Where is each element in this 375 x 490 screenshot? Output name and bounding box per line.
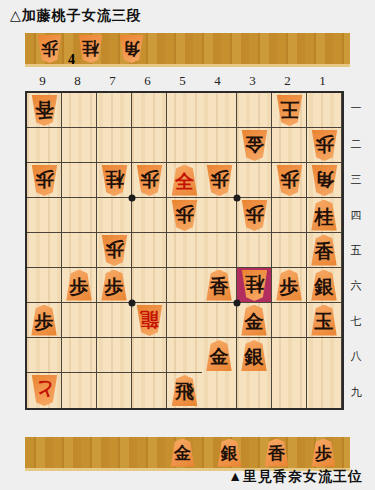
square-16[interactable]: 銀	[307, 268, 342, 303]
square-34[interactable]: 歩	[237, 198, 272, 233]
square-96[interactable]	[27, 268, 62, 303]
hand-piece-sente-香[interactable]: 香	[264, 439, 289, 467]
square-47[interactable]	[202, 303, 237, 338]
piece-kanji: 歩	[175, 200, 194, 229]
board-area: 987654321 香王金歩歩桂歩全歩歩角歩歩桂歩香歩歩香桂歩銀歩龍金玉金銀と飛…	[25, 73, 344, 410]
square-46[interactable]: 香	[202, 268, 237, 303]
square-86[interactable]: 歩	[62, 268, 97, 303]
rank-label: 一	[348, 91, 364, 126]
file-label: 5	[165, 73, 200, 91]
square-39[interactable]	[237, 373, 272, 408]
piece-kanji: 香	[35, 95, 54, 124]
piece-kanji: 香	[268, 441, 285, 467]
piece-gote-香: 香	[31, 95, 58, 126]
piece-gote-歩: 歩	[311, 130, 338, 161]
piece-kanji: 角	[123, 35, 140, 61]
square-67[interactable]: 龍	[132, 303, 167, 338]
square-73[interactable]: 桂	[97, 163, 132, 198]
square-31[interactable]	[237, 93, 272, 128]
square-94[interactable]	[27, 198, 62, 233]
rank-label: 六	[348, 268, 364, 303]
piece-kanji: 歩	[70, 272, 89, 301]
piece-sente-全: 全	[171, 165, 198, 196]
square-54[interactable]: 歩	[167, 198, 202, 233]
square-29[interactable]	[272, 373, 307, 408]
hand-piece-gote-角[interactable]: 角	[119, 35, 144, 63]
square-23[interactable]: 歩	[272, 163, 307, 198]
square-37[interactable]: 金	[237, 303, 272, 338]
square-58[interactable]	[167, 338, 202, 373]
piece-kanji: 歩	[280, 272, 299, 301]
hand-piece-gote-桂[interactable]: 桂	[78, 35, 103, 63]
piece-gote-歩: 歩	[37, 35, 62, 63]
piece-kanji: 歩	[41, 35, 58, 61]
sente-hand-tray: 金銀香歩	[25, 437, 350, 471]
square-97[interactable]: 歩	[27, 303, 62, 338]
piece-gote-歩: 歩	[241, 200, 268, 231]
piece-kanji: 金	[174, 441, 191, 467]
square-24[interactable]	[272, 198, 307, 233]
square-35[interactable]	[237, 233, 272, 268]
square-71[interactable]	[97, 93, 132, 128]
piece-kanji: 歩	[280, 165, 299, 194]
piece-gote-歩: 歩	[101, 235, 128, 266]
square-75[interactable]: 歩	[97, 233, 132, 268]
piece-kanji: 玉	[315, 307, 334, 336]
hoshi-dot	[234, 300, 241, 307]
gote-player-label: △加藤桃子女流三段	[10, 7, 142, 25]
piece-kanji: 桂	[245, 270, 264, 299]
piece-kanji: 歩	[210, 165, 229, 194]
square-99[interactable]: と	[27, 373, 62, 408]
piece-gote-角: 角	[311, 165, 338, 196]
piece-kanji: 龍	[140, 305, 159, 334]
square-11[interactable]	[307, 93, 342, 128]
square-51[interactable]	[167, 93, 202, 128]
square-27[interactable]	[272, 303, 307, 338]
piece-kanji: 桂	[82, 35, 99, 61]
piece-sente-歩: 歩	[31, 305, 58, 336]
square-22[interactable]	[272, 128, 307, 163]
square-43[interactable]: 歩	[202, 163, 237, 198]
piece-gote-桂: 桂	[78, 35, 103, 63]
square-12[interactable]: 歩	[307, 128, 342, 163]
square-76[interactable]: 歩	[97, 268, 132, 303]
square-91[interactable]: 香	[27, 93, 62, 128]
piece-gote-角: 角	[119, 35, 144, 63]
piece-gote-歩: 歩	[171, 200, 198, 231]
file-label: 7	[95, 73, 130, 91]
square-38[interactable]: 銀	[237, 338, 272, 373]
rank-label: 九	[348, 375, 364, 410]
piece-sente-銀: 銀	[241, 340, 268, 371]
square-63[interactable]: 歩	[132, 163, 167, 198]
square-59[interactable]: 飛	[167, 373, 202, 408]
piece-gote-と: と	[31, 375, 58, 406]
hand-piece-count: 4	[68, 52, 75, 68]
square-95[interactable]	[27, 233, 62, 268]
piece-kanji: 歩	[315, 130, 334, 159]
square-65[interactable]	[132, 233, 167, 268]
file-label: 4	[200, 73, 235, 91]
square-74[interactable]	[97, 198, 132, 233]
hand-piece-sente-歩[interactable]: 歩	[311, 439, 336, 467]
piece-sente-桂: 桂	[311, 200, 338, 231]
piece-kanji: 銀	[315, 272, 334, 301]
square-64[interactable]	[132, 198, 167, 233]
sente-player-label: ▲里見香奈女流王位	[228, 468, 363, 486]
piece-kanji: 金	[245, 130, 264, 159]
square-81[interactable]	[62, 93, 97, 128]
square-41[interactable]	[202, 93, 237, 128]
square-66[interactable]	[132, 268, 167, 303]
shogi-diagram: △加藤桃子女流三段 歩4桂角 987654321 香王金歩歩桂歩全歩歩角歩歩桂歩…	[0, 0, 375, 490]
square-49[interactable]	[202, 373, 237, 408]
piece-kanji: 飛	[175, 377, 194, 406]
square-14[interactable]: 桂	[307, 198, 342, 233]
square-53[interactable]: 全	[167, 163, 202, 198]
piece-kanji: 桂	[105, 165, 124, 194]
piece-sente-香: 香	[311, 235, 338, 266]
square-17[interactable]: 玉	[307, 303, 342, 338]
piece-kanji: 香	[315, 237, 334, 266]
square-87[interactable]	[62, 303, 97, 338]
piece-kanji: 銀	[245, 342, 264, 371]
square-45[interactable]	[202, 233, 237, 268]
square-61[interactable]	[132, 93, 167, 128]
piece-gote-歩: 歩	[276, 165, 303, 196]
square-21[interactable]: 王	[272, 93, 307, 128]
piece-sente-銀: 銀	[311, 270, 338, 301]
hand-piece-sente-金[interactable]: 金	[170, 439, 195, 467]
hoshi-dot	[234, 195, 241, 202]
square-15[interactable]: 香	[307, 233, 342, 268]
rank-label: 四	[348, 197, 364, 232]
file-label: 8	[60, 73, 95, 91]
rank-labels: 一二三四五六七八九	[348, 91, 364, 410]
square-32[interactable]: 金	[237, 128, 272, 163]
piece-kanji: 香	[210, 272, 229, 301]
square-82[interactable]	[62, 128, 97, 163]
piece-kanji: 角	[315, 165, 334, 194]
piece-gote-龍: 龍	[136, 305, 163, 336]
hoshi-dot	[129, 195, 136, 202]
piece-kanji: 歩	[105, 272, 124, 301]
piece-kanji: 歩	[245, 200, 264, 229]
square-56[interactable]	[167, 268, 202, 303]
piece-kanji: 歩	[35, 307, 54, 336]
piece-sente-銀: 銀	[217, 439, 242, 467]
file-labels: 987654321	[25, 73, 344, 91]
piece-gote-歩: 歩	[206, 165, 233, 196]
piece-gote-歩: 歩	[31, 165, 58, 196]
piece-kanji: 全	[175, 167, 194, 196]
file-label: 2	[270, 73, 305, 91]
square-42[interactable]	[202, 128, 237, 163]
square-98[interactable]	[27, 338, 62, 373]
square-79[interactable]	[97, 373, 132, 408]
piece-kanji: 歩	[140, 165, 159, 194]
board: 香王金歩歩桂歩全歩歩角歩歩桂歩香歩歩香桂歩銀歩龍金玉金銀と飛	[25, 91, 344, 410]
square-57[interactable]	[167, 303, 202, 338]
square-26[interactable]: 歩	[272, 268, 307, 303]
piece-kanji: 歩	[105, 235, 124, 264]
square-25[interactable]	[272, 233, 307, 268]
file-label: 1	[305, 73, 340, 91]
piece-kanji: 歩	[315, 441, 332, 467]
rank-label: 七	[348, 304, 364, 339]
piece-gote-桂: 桂	[241, 270, 268, 301]
square-93[interactable]: 歩	[27, 163, 62, 198]
square-77[interactable]	[97, 303, 132, 338]
square-92[interactable]	[27, 128, 62, 163]
piece-gote-桂: 桂	[101, 165, 128, 196]
piece-gote-歩: 歩	[136, 165, 163, 196]
piece-sente-金: 金	[241, 305, 268, 336]
piece-gote-金: 金	[241, 130, 268, 161]
rank-label: 五	[348, 233, 364, 268]
square-72[interactable]	[97, 128, 132, 163]
piece-gote-王: 王	[276, 95, 303, 126]
file-label: 3	[235, 73, 270, 91]
piece-sente-玉: 玉	[311, 305, 338, 336]
piece-kanji: 王	[280, 95, 299, 124]
hoshi-dot	[129, 300, 136, 307]
hand-piece-gote-歩[interactable]: 歩4	[37, 35, 62, 63]
square-78[interactable]	[97, 338, 132, 373]
square-88[interactable]	[62, 338, 97, 373]
square-13[interactable]: 角	[307, 163, 342, 198]
square-62[interactable]	[132, 128, 167, 163]
hand-piece-sente-銀[interactable]: 銀	[217, 439, 242, 467]
square-19[interactable]	[307, 373, 342, 408]
square-48[interactable]: 金	[202, 338, 237, 373]
piece-sente-飛: 飛	[171, 375, 198, 406]
square-52[interactable]	[167, 128, 202, 163]
piece-sente-歩: 歩	[101, 270, 128, 301]
square-89[interactable]	[62, 373, 97, 408]
piece-kanji: と	[34, 375, 53, 404]
square-55[interactable]	[167, 233, 202, 268]
square-69[interactable]	[132, 373, 167, 408]
piece-sente-香: 香	[206, 270, 233, 301]
piece-kanji: 金	[210, 342, 229, 371]
piece-kanji: 桂	[315, 202, 334, 231]
rank-label: 八	[348, 339, 364, 374]
square-68[interactable]	[132, 338, 167, 373]
gote-hand-tray: 歩4桂角	[25, 33, 350, 67]
square-85[interactable]	[62, 233, 97, 268]
piece-sente-歩: 歩	[311, 439, 336, 467]
file-label: 9	[25, 73, 60, 91]
piece-kanji: 歩	[35, 165, 54, 194]
piece-sente-歩: 歩	[276, 270, 303, 301]
piece-sente-歩: 歩	[66, 270, 93, 301]
square-44[interactable]	[202, 198, 237, 233]
rank-label: 三	[348, 162, 364, 197]
square-84[interactable]	[62, 198, 97, 233]
piece-sente-金: 金	[206, 340, 233, 371]
square-18[interactable]	[307, 338, 342, 373]
rank-label: 二	[348, 126, 364, 161]
square-33[interactable]	[237, 163, 272, 198]
piece-kanji: 金	[245, 307, 264, 336]
square-83[interactable]	[62, 163, 97, 198]
file-label: 6	[130, 73, 165, 91]
piece-sente-金: 金	[170, 439, 195, 467]
square-28[interactable]	[272, 338, 307, 373]
piece-sente-香: 香	[264, 439, 289, 467]
piece-kanji: 銀	[221, 441, 238, 467]
square-36[interactable]: 桂	[237, 268, 272, 303]
